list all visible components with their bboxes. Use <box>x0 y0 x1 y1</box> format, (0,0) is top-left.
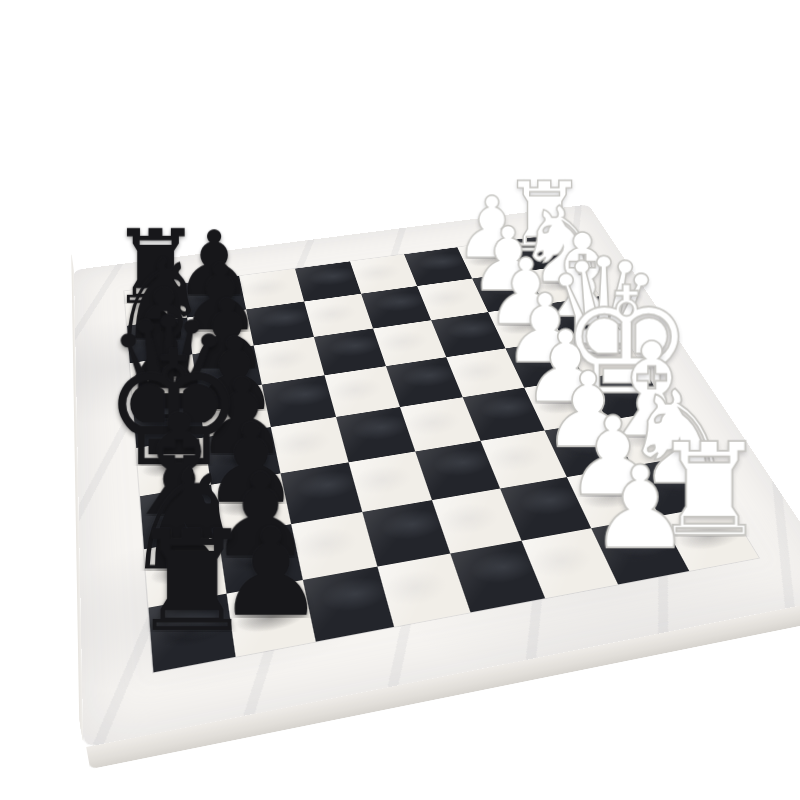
marble-board-slab: ♜♞♝♛♚♝♞♜♟♟♟♟♟♟♟♟♟♟♟♟♟♟♟♟♜♞♝♛♚♝♞♜ <box>74 204 800 747</box>
board-left-edge <box>71 252 83 745</box>
product-photo-background: ♜♞♝♛♚♝♞♜♟♟♟♟♟♟♟♟♟♟♟♟♟♟♟♟♜♞♝♛♚♝♞♜ <box>0 0 800 800</box>
white-pawn-h2[interactable]: ♟ <box>548 355 731 549</box>
pawn-glyph: ♟ <box>588 451 690 565</box>
black-rook-h8[interactable]: ♜ <box>93 424 289 632</box>
rook-glyph: ♜ <box>129 512 254 652</box>
